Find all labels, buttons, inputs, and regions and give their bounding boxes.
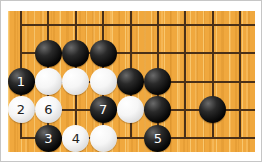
go-board[interactable]: 1267345 <box>8 11 255 152</box>
intersection[interactable] <box>62 39 89 67</box>
intersection[interactable] <box>172 67 199 95</box>
black-stone[interactable] <box>62 40 89 67</box>
intersection[interactable] <box>199 11 226 39</box>
intersection[interactable] <box>172 39 199 67</box>
black-stone[interactable] <box>35 40 62 67</box>
intersection[interactable] <box>89 39 116 67</box>
black-stone[interactable] <box>144 96 171 123</box>
intersection[interactable]: 6 <box>35 96 62 124</box>
white-stone[interactable]: 4 <box>62 125 89 152</box>
intersection[interactable] <box>117 96 144 124</box>
intersection[interactable] <box>8 124 35 152</box>
intersection[interactable] <box>172 96 199 124</box>
intersection[interactable] <box>199 67 226 95</box>
black-stone[interactable]: 3 <box>35 125 62 152</box>
intersection[interactable] <box>89 67 116 95</box>
intersection[interactable]: 3 <box>35 124 62 152</box>
intersection[interactable] <box>172 11 199 39</box>
intersection[interactable] <box>144 39 171 67</box>
intersection[interactable] <box>144 96 171 124</box>
intersection[interactable] <box>199 96 226 124</box>
black-stone[interactable] <box>144 68 171 95</box>
intersection[interactable] <box>226 124 253 152</box>
intersection[interactable] <box>62 11 89 39</box>
black-stone[interactable]: 5 <box>144 125 171 152</box>
black-stone[interactable]: 7 <box>90 96 117 123</box>
intersection[interactable] <box>8 11 35 39</box>
intersection[interactable] <box>62 96 89 124</box>
intersection[interactable] <box>117 67 144 95</box>
move-number: 6 <box>44 103 52 116</box>
white-stone[interactable]: 6 <box>35 96 62 123</box>
intersection[interactable] <box>117 124 144 152</box>
intersection[interactable] <box>8 39 35 67</box>
intersection[interactable]: 5 <box>144 124 171 152</box>
intersection[interactable] <box>35 67 62 95</box>
move-number: 4 <box>72 132 80 145</box>
intersection[interactable] <box>144 11 171 39</box>
intersection[interactable] <box>117 39 144 67</box>
intersection[interactable] <box>89 124 116 152</box>
intersection[interactable]: 2 <box>8 96 35 124</box>
intersection[interactable] <box>226 39 253 67</box>
intersection[interactable] <box>199 39 226 67</box>
black-stone[interactable] <box>199 96 226 123</box>
black-stone[interactable]: 1 <box>8 68 35 95</box>
intersection[interactable] <box>226 67 253 95</box>
intersection[interactable] <box>35 39 62 67</box>
black-stone[interactable] <box>90 40 117 67</box>
intersection[interactable] <box>35 11 62 39</box>
intersection[interactable] <box>62 67 89 95</box>
move-number: 3 <box>44 132 52 145</box>
intersection[interactable] <box>117 11 144 39</box>
intersection[interactable]: 4 <box>62 124 89 152</box>
intersection[interactable] <box>199 124 226 152</box>
black-stone[interactable] <box>117 68 144 95</box>
intersection[interactable]: 7 <box>89 96 116 124</box>
intersection[interactable] <box>226 11 253 39</box>
move-number: 5 <box>154 132 162 145</box>
move-number: 7 <box>99 103 107 116</box>
intersection[interactable] <box>144 67 171 95</box>
white-stone[interactable] <box>90 125 117 152</box>
white-stone[interactable] <box>90 68 117 95</box>
move-number: 2 <box>17 103 25 116</box>
white-stone[interactable] <box>35 68 62 95</box>
intersection[interactable] <box>172 124 199 152</box>
move-number: 1 <box>17 75 25 88</box>
diagram-frame: 1267345 <box>0 0 262 162</box>
intersection[interactable] <box>226 96 253 124</box>
intersection[interactable]: 1 <box>8 67 35 95</box>
intersection[interactable] <box>89 11 116 39</box>
white-stone[interactable] <box>117 96 144 123</box>
board-intersections: 1267345 <box>8 11 254 152</box>
white-stone[interactable]: 2 <box>8 96 35 123</box>
white-stone[interactable] <box>62 68 89 95</box>
